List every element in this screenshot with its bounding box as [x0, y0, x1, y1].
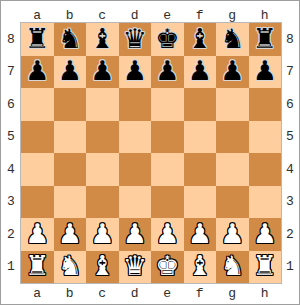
square-c5[interactable] [86, 121, 119, 154]
square-b5[interactable] [54, 121, 87, 154]
piece-black-knight[interactable]: ♞ [58, 25, 82, 52]
piece-white-bishop[interactable]: ♝ [188, 252, 212, 279]
piece-black-pawn[interactable]: ♟ [220, 57, 244, 84]
file-label-f: f [184, 287, 217, 300]
square-d1[interactable]: ♛ [119, 251, 152, 284]
rank-label-8: 8 [281, 23, 299, 56]
square-f4[interactable] [184, 153, 217, 186]
square-c4[interactable] [86, 153, 119, 186]
piece-black-pawn[interactable]: ♟ [253, 57, 277, 84]
rank-label-5: 5 [1, 121, 21, 154]
file-label-g: g [216, 287, 249, 300]
piece-white-pawn[interactable]: ♟ [253, 220, 277, 247]
piece-white-pawn[interactable]: ♟ [155, 220, 179, 247]
square-a8[interactable]: ♜ [21, 23, 54, 56]
file-label-c: c [86, 287, 119, 300]
square-d5[interactable] [119, 121, 152, 154]
piece-black-king[interactable]: ♚ [155, 25, 179, 52]
square-g4[interactable] [216, 153, 249, 186]
square-c8[interactable]: ♝ [86, 23, 119, 56]
square-a5[interactable] [21, 121, 54, 154]
piece-black-bishop[interactable]: ♝ [90, 25, 114, 52]
square-h4[interactable] [249, 153, 282, 186]
square-f5[interactable] [184, 121, 217, 154]
file-label-d: d [119, 287, 152, 300]
piece-white-pawn[interactable]: ♟ [220, 220, 244, 247]
square-h5[interactable] [249, 121, 282, 154]
file-label-a: a [21, 287, 54, 300]
file-label-h: h [249, 9, 282, 22]
rank-label-4: 4 [1, 153, 21, 186]
square-e1[interactable]: ♚ [151, 251, 184, 284]
square-f2[interactable]: ♟ [184, 218, 217, 251]
square-g3[interactable] [216, 186, 249, 219]
square-d8[interactable]: ♛ [119, 23, 152, 56]
square-c7[interactable]: ♟ [86, 56, 119, 89]
square-g8[interactable]: ♞ [216, 23, 249, 56]
piece-white-pawn[interactable]: ♟ [25, 220, 49, 247]
square-g2[interactable]: ♟ [216, 218, 249, 251]
file-label-b: b [54, 287, 87, 300]
square-d6[interactable] [119, 88, 152, 121]
square-g1[interactable]: ♞ [216, 251, 249, 284]
square-h7[interactable]: ♟ [249, 56, 282, 89]
square-g6[interactable] [216, 88, 249, 121]
square-f6[interactable] [184, 88, 217, 121]
file-label-e: e [151, 287, 184, 300]
square-h3[interactable] [249, 186, 282, 219]
square-e6[interactable] [151, 88, 184, 121]
square-a7[interactable]: ♟ [21, 56, 54, 89]
file-label-e: e [151, 9, 184, 22]
piece-white-pawn[interactable]: ♟ [58, 220, 82, 247]
rank-label-3: 3 [281, 186, 299, 219]
rank-label-1: 1 [281, 251, 299, 284]
square-e3[interactable] [151, 186, 184, 219]
square-c3[interactable] [86, 186, 119, 219]
square-b1[interactable]: ♞ [54, 251, 87, 284]
square-d4[interactable] [119, 153, 152, 186]
file-label-d: d [119, 9, 152, 22]
piece-white-rook[interactable]: ♜ [25, 252, 49, 279]
piece-white-bishop[interactable]: ♝ [90, 252, 114, 279]
rank-labels-left: 87654321 [1, 23, 21, 283]
piece-black-pawn[interactable]: ♟ [188, 57, 212, 84]
rank-label-2: 2 [1, 218, 21, 251]
rank-label-8: 8 [1, 23, 21, 56]
piece-black-pawn[interactable]: ♟ [123, 57, 147, 84]
square-a2[interactable]: ♟ [21, 218, 54, 251]
chess-board[interactable]: ♜♞♝♛♚♝♞♜♟♟♟♟♟♟♟♟♟♟♟♟♟♟♟♟♜♞♝♛♚♝♞♜ [21, 23, 281, 283]
square-c1[interactable]: ♝ [86, 251, 119, 284]
rank-label-5: 5 [281, 121, 299, 154]
piece-white-pawn[interactable]: ♟ [123, 220, 147, 247]
piece-white-knight[interactable]: ♞ [58, 252, 82, 279]
file-label-a: a [21, 9, 54, 22]
square-f7[interactable]: ♟ [184, 56, 217, 89]
file-label-f: f [184, 9, 217, 22]
square-e2[interactable]: ♟ [151, 218, 184, 251]
square-b8[interactable]: ♞ [54, 23, 87, 56]
piece-white-pawn[interactable]: ♟ [188, 220, 212, 247]
chess-board-frame: abcdefgh 87654321 ♜♞♝♛♚♝♞♜♟♟♟♟♟♟♟♟♟♟♟♟♟♟… [0, 0, 300, 305]
square-a3[interactable] [21, 186, 54, 219]
square-f3[interactable] [184, 186, 217, 219]
rank-label-6: 6 [281, 88, 299, 121]
square-g5[interactable] [216, 121, 249, 154]
file-label-h: h [249, 287, 282, 300]
piece-white-queen[interactable]: ♛ [123, 252, 147, 279]
rank-label-1: 1 [1, 251, 21, 284]
square-a6[interactable] [21, 88, 54, 121]
square-d2[interactable]: ♟ [119, 218, 152, 251]
square-a1[interactable]: ♜ [21, 251, 54, 284]
square-b2[interactable]: ♟ [54, 218, 87, 251]
square-f1[interactable]: ♝ [184, 251, 217, 284]
square-b4[interactable] [54, 153, 87, 186]
piece-black-pawn[interactable]: ♟ [155, 57, 179, 84]
square-g7[interactable]: ♟ [216, 56, 249, 89]
square-d3[interactable] [119, 186, 152, 219]
rank-label-7: 7 [281, 56, 299, 89]
square-d7[interactable]: ♟ [119, 56, 152, 89]
square-b6[interactable] [54, 88, 87, 121]
square-a4[interactable] [21, 153, 54, 186]
rank-label-3: 3 [1, 186, 21, 219]
square-e5[interactable] [151, 121, 184, 154]
square-b3[interactable] [54, 186, 87, 219]
piece-white-pawn[interactable]: ♟ [90, 220, 114, 247]
square-c6[interactable] [86, 88, 119, 121]
square-c2[interactable]: ♟ [86, 218, 119, 251]
piece-white-knight[interactable]: ♞ [220, 252, 244, 279]
piece-black-pawn[interactable]: ♟ [25, 57, 49, 84]
piece-black-pawn[interactable]: ♟ [58, 57, 82, 84]
piece-white-rook[interactable]: ♜ [253, 252, 277, 279]
square-e8[interactable]: ♚ [151, 23, 184, 56]
piece-black-pawn[interactable]: ♟ [90, 57, 114, 84]
rank-label-6: 6 [1, 88, 21, 121]
rank-label-4: 4 [281, 153, 299, 186]
piece-white-king[interactable]: ♚ [155, 252, 179, 279]
square-e4[interactable] [151, 153, 184, 186]
square-e7[interactable]: ♟ [151, 56, 184, 89]
piece-black-bishop[interactable]: ♝ [188, 25, 212, 52]
square-f8[interactable]: ♝ [184, 23, 217, 56]
rank-label-7: 7 [1, 56, 21, 89]
file-label-b: b [54, 9, 87, 22]
square-b7[interactable]: ♟ [54, 56, 87, 89]
square-h8[interactable]: ♜ [249, 23, 282, 56]
piece-black-knight[interactable]: ♞ [220, 25, 244, 52]
file-label-g: g [216, 9, 249, 22]
square-h2[interactable]: ♟ [249, 218, 282, 251]
square-h1[interactable]: ♜ [249, 251, 282, 284]
square-h6[interactable] [249, 88, 282, 121]
piece-black-queen[interactable]: ♛ [123, 25, 147, 52]
rank-label-2: 2 [281, 218, 299, 251]
file-labels-top: abcdefgh [21, 1, 281, 23]
rank-labels-right: 87654321 [281, 23, 299, 283]
file-label-c: c [86, 9, 119, 22]
piece-black-rook[interactable]: ♜ [253, 25, 277, 52]
piece-black-rook[interactable]: ♜ [25, 25, 49, 52]
file-labels-bottom: abcdefgh [21, 283, 281, 304]
